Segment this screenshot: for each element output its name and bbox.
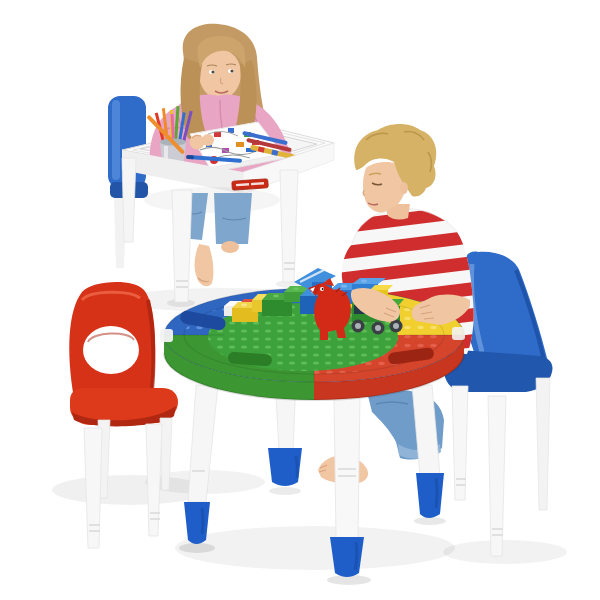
product-photo [0,0,600,600]
boy-ear [400,182,408,194]
table-foot-blue-right [416,473,444,518]
table-foot-blue-front [330,537,364,577]
girl-foot [195,244,214,286]
table-foot-blue-left [184,502,210,544]
red-chair [69,282,178,548]
blue-chair-legs [452,378,550,556]
